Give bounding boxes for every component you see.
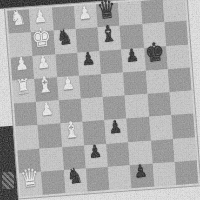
square-a3 — [16, 125, 40, 150]
square-f1: ♟ — [130, 163, 154, 188]
white-rook: ♜ — [15, 76, 32, 98]
square-g4 — [147, 92, 171, 117]
square-a4 — [14, 102, 38, 127]
square-d8: ♟ — [74, 4, 98, 29]
white-pawn: ♟ — [14, 55, 29, 74]
square-h3 — [171, 114, 195, 139]
square-a1: ♛ — [19, 172, 43, 197]
square-e2 — [106, 142, 130, 167]
white-bishop: ♝ — [61, 118, 80, 142]
square-b2 — [40, 147, 64, 172]
square-h1 — [174, 160, 198, 185]
square-h4 — [169, 91, 193, 116]
black-king: ♚ — [143, 39, 165, 67]
white-pawn: ♟ — [60, 75, 75, 94]
square-g2 — [150, 139, 174, 164]
square-d2: ♟ — [84, 143, 108, 168]
square-g8 — [140, 0, 164, 24]
chess-photo-scene: ♞♟♟♛♚♞♝♟♟♟♟♚♜♝♟♟♝♟♟♛♞♟ — [0, 0, 200, 200]
white-knight: ♞ — [9, 6, 27, 29]
square-h6 — [166, 44, 190, 69]
square-a8: ♞ — [7, 9, 31, 34]
black-knight: ♞ — [55, 26, 73, 49]
square-f6: ♟ — [121, 47, 145, 72]
square-e3: ♟ — [104, 119, 128, 144]
square-f4 — [125, 94, 149, 119]
square-d6: ♟ — [77, 51, 101, 76]
square-c3: ♝ — [60, 122, 84, 147]
black-pawn: ♟ — [125, 47, 140, 66]
square-g5 — [145, 69, 169, 94]
black-knight: ♞ — [65, 165, 83, 188]
square-d5 — [79, 74, 103, 99]
square-h2 — [173, 137, 197, 162]
white-pawn: ♟ — [40, 100, 55, 119]
black-pawn: ♟ — [134, 163, 149, 182]
square-f8 — [118, 1, 142, 26]
black-pawn: ♟ — [108, 118, 123, 137]
square-f3 — [127, 117, 151, 142]
square-d4 — [81, 97, 105, 122]
square-e7: ♝ — [98, 26, 122, 51]
square-b3 — [38, 124, 62, 149]
square-g3 — [149, 115, 173, 140]
white-queen: ♛ — [19, 166, 40, 193]
square-c5: ♟ — [57, 76, 81, 101]
square-h8 — [162, 0, 186, 23]
square-c1: ♞ — [63, 168, 87, 193]
square-f5 — [123, 71, 147, 96]
square-e6 — [99, 49, 123, 74]
black-pawn: ♟ — [87, 143, 102, 162]
square-e1 — [108, 165, 132, 190]
square-g6: ♚ — [144, 46, 168, 71]
white-pawn: ♟ — [77, 4, 92, 23]
offboard-object — [2, 172, 14, 189]
square-g1 — [152, 162, 176, 187]
chess-board: ♞♟♟♛♚♞♝♟♟♟♟♚♜♝♟♟♝♟♟♛♞♟ — [5, 0, 200, 198]
black-pawn: ♟ — [81, 50, 96, 69]
white-king: ♚ — [31, 24, 53, 52]
square-e5 — [101, 72, 125, 97]
square-h5 — [168, 67, 192, 92]
square-h7 — [164, 21, 188, 46]
square-b4: ♟ — [36, 100, 60, 125]
square-d1 — [86, 167, 110, 192]
white-bishop: ♝ — [36, 73, 55, 97]
square-a5: ♜ — [12, 79, 36, 104]
square-c7: ♞ — [53, 29, 77, 54]
black-bishop: ♝ — [99, 22, 118, 46]
square-b1 — [41, 170, 65, 195]
